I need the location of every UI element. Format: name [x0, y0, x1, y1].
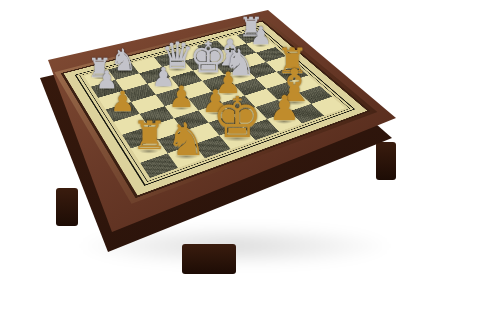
black-pawn-glyph: ♟: [110, 88, 135, 116]
black-pawn-glyph: ♟: [269, 92, 300, 127]
board-foot-front: [182, 244, 236, 274]
black-pawn-glyph: ♟: [168, 83, 194, 112]
board-foot-right: [376, 142, 396, 180]
black-knight-glyph: ♞: [166, 117, 207, 162]
black-rook-glyph: ♜: [132, 117, 167, 156]
board-foot-left: [56, 188, 78, 226]
chess-set-photo: ♜♞♜♟♛♟♟♚♝♞♟♟♟♜♟♜♝♞♚♟: [0, 0, 480, 314]
black-king-glyph: ♚: [212, 90, 262, 146]
